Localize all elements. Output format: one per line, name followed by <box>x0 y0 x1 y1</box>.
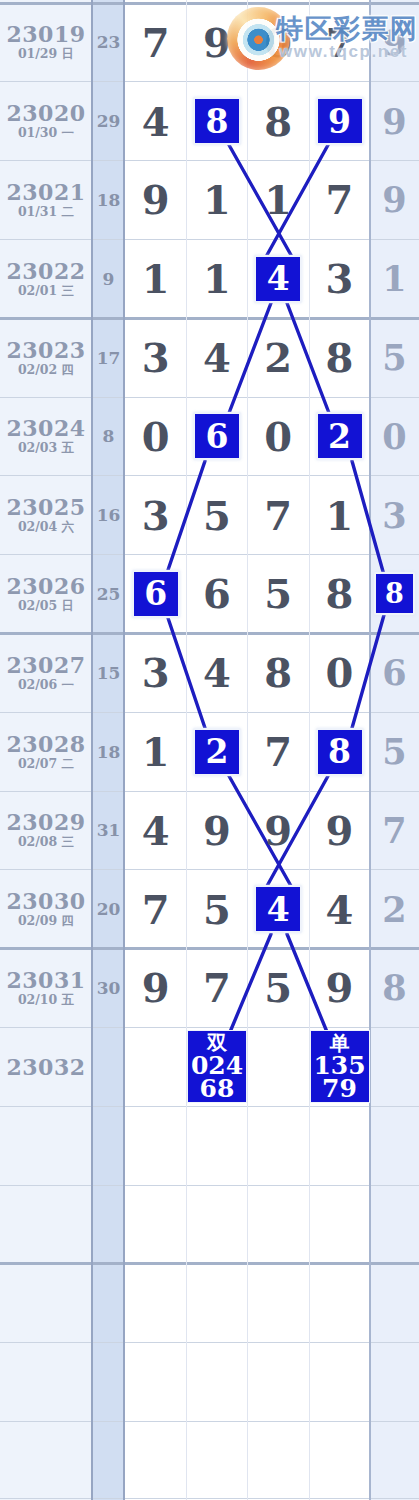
sum-cell: 15 <box>92 633 125 712</box>
digit-cell: 1 <box>187 161 248 240</box>
sum-cell: 8 <box>92 397 125 476</box>
row-23022: 2302202/01 三911431 <box>0 239 419 318</box>
tail-cell: 0 <box>370 397 419 476</box>
highlighted-tail-digit: 8 <box>374 572 415 615</box>
period-number: 23026 <box>6 574 85 598</box>
digit: 8 <box>326 334 354 381</box>
period-number: 23032 <box>6 1055 85 1079</box>
digit: 8 <box>326 570 354 617</box>
row-23025: 2302502/04 六1635713 <box>0 476 419 555</box>
digit-cell: 6 <box>125 555 187 634</box>
digit: 1 <box>326 492 354 539</box>
sum-cell: 23 <box>92 3 125 82</box>
tail-digit: 8 <box>382 967 406 1008</box>
tail-cell: 9 <box>370 82 419 161</box>
digit: 9 <box>203 19 231 66</box>
digit: 7 <box>264 728 292 775</box>
digit-cell: 8 <box>187 82 248 161</box>
highlighted-digit: 8 <box>316 728 364 776</box>
digit: 7 <box>142 886 170 933</box>
draw-date: 02/10 五 <box>18 992 74 1008</box>
row-23024: 2302402/03 五806020 <box>0 397 419 476</box>
digit-cell: 4 <box>125 82 187 161</box>
sum-value: 31 <box>97 820 121 840</box>
digit-cell: 5 <box>248 949 310 1028</box>
period-number: 23028 <box>6 732 85 756</box>
digit: 7 <box>203 964 231 1011</box>
digit: 6 <box>203 570 231 617</box>
row-23021: 2302101/31 二1891179 <box>0 161 419 240</box>
digit: 9 <box>326 964 354 1011</box>
highlighted-digit: 4 <box>254 885 302 933</box>
digit: 7 <box>326 19 354 66</box>
digit-cell: 0 <box>125 397 187 476</box>
draw-date: 02/07 二 <box>18 756 74 772</box>
tail-cell: 6 <box>370 633 419 712</box>
period-cell: 2302702/06 一 <box>0 633 92 712</box>
sum-value: 18 <box>97 742 121 762</box>
draw-date: 01/31 二 <box>18 204 74 220</box>
digit: 3 <box>142 334 170 381</box>
digit-cell: 8 <box>248 633 310 712</box>
sum-value: 25 <box>97 584 121 604</box>
highlighted-digit: 2 <box>316 412 364 460</box>
digit-cell: 4 <box>309 870 370 949</box>
period-number: 23027 <box>6 653 85 677</box>
digit-cell: 双02468 <box>187 1027 248 1106</box>
digit-cell: 5 <box>187 476 248 555</box>
digit: 7 <box>264 492 292 539</box>
tail-cell: 9 <box>370 161 419 240</box>
digit-cell: 8 <box>248 82 310 161</box>
digit: 4 <box>203 334 231 381</box>
digit-cell: 8 <box>309 555 370 634</box>
highlighted-digit: 6 <box>193 412 241 460</box>
sum-value: 18 <box>97 190 121 210</box>
sum-cell: 20 <box>92 870 125 949</box>
prediction-text: 79 <box>322 1077 357 1100</box>
digit-cell: 2 <box>309 397 370 476</box>
tail-cell: 5 <box>370 712 419 791</box>
tail-digit: 5 <box>382 337 406 378</box>
sum-cell: 16 <box>92 476 125 555</box>
period-cell: 2303002/09 四 <box>0 870 92 949</box>
digit: 0 <box>264 19 292 66</box>
tail-cell: 3 <box>370 476 419 555</box>
prediction-cell: 双02468 <box>187 1030 247 1103</box>
period-cell: 2302402/03 五 <box>0 397 92 476</box>
digit-cell: 1 <box>187 239 248 318</box>
period-number: 23025 <box>6 495 85 519</box>
tail-cell <box>370 1027 419 1106</box>
digit: 0 <box>264 413 292 460</box>
sum-value: 29 <box>97 111 121 131</box>
digit: 5 <box>203 886 231 933</box>
digit-cell: 1 <box>125 712 187 791</box>
digit: 4 <box>142 807 170 854</box>
digit: 0 <box>142 413 170 460</box>
digit-cell: 1 <box>248 161 310 240</box>
digit-cell: 单13579 <box>309 1027 370 1106</box>
sum-value: 20 <box>97 899 121 919</box>
digit-cell: 3 <box>125 476 187 555</box>
period-cell: 2302802/07 二 <box>0 712 92 791</box>
digit: 9 <box>142 964 170 1011</box>
digit-cell: 9 <box>248 791 310 870</box>
digit-cell: 3 <box>125 633 187 712</box>
digit-cell: 9 <box>309 82 370 161</box>
digit: 5 <box>264 964 292 1011</box>
digit-cell: 7 <box>248 712 310 791</box>
digit: 9 <box>203 807 231 854</box>
digit-cell: 2 <box>248 318 310 397</box>
digit-cell: 9 <box>309 949 370 1028</box>
row-23019: 2301901/29 日2379079 <box>0 3 419 82</box>
digit-cell: 7 <box>309 161 370 240</box>
tail-cell: 1 <box>370 239 419 318</box>
period-cell: 2302902/08 三 <box>0 791 92 870</box>
digit-cell: 5 <box>248 555 310 634</box>
period-number: 23022 <box>6 259 85 283</box>
highlighted-digit: 2 <box>193 728 241 776</box>
digit: 8 <box>264 98 292 145</box>
digit-cell: 8 <box>309 712 370 791</box>
digit-cell: 1 <box>125 239 187 318</box>
digit-cell: 5 <box>187 870 248 949</box>
prediction-text: 68 <box>200 1077 235 1100</box>
digit: 9 <box>326 807 354 854</box>
sum-cell <box>92 1027 125 1106</box>
digit-cell: 7 <box>125 3 187 82</box>
period-cell: 2302001/30 一 <box>0 82 92 161</box>
lottery-trend-chart: 2301901/29 日23790792302001/30 一294889923… <box>0 0 419 1500</box>
digit-cell: 9 <box>125 949 187 1028</box>
draw-date: 01/29 日 <box>18 46 74 62</box>
tail-cell: 9 <box>370 3 419 82</box>
period-cell: 2302202/01 三 <box>0 239 92 318</box>
sum-cell: 31 <box>92 791 125 870</box>
digit-cell: 0 <box>309 633 370 712</box>
digit-cell: 0 <box>248 397 310 476</box>
digit-cell <box>248 1027 310 1106</box>
digit: 5 <box>203 492 231 539</box>
digit-cell: 6 <box>187 555 248 634</box>
sum-value: 8 <box>103 426 115 446</box>
sum-value: 17 <box>97 348 121 368</box>
digit: 1 <box>142 255 170 302</box>
tail-cell: 2 <box>370 870 419 949</box>
digit-cell: 7 <box>248 476 310 555</box>
digit: 3 <box>142 649 170 696</box>
digit: 9 <box>264 807 292 854</box>
digit-cell: 7 <box>125 870 187 949</box>
digit-cell: 1 <box>309 476 370 555</box>
digit: 1 <box>203 176 231 223</box>
period-number: 23031 <box>6 968 85 992</box>
period-number: 23029 <box>6 810 85 834</box>
digit-cell: 3 <box>125 318 187 397</box>
row-23028: 2302802/07 二1812785 <box>0 712 419 791</box>
digit-cell: 0 <box>248 3 310 82</box>
row-23032: 23032双02468单13579 <box>0 1027 419 1106</box>
digit-cell: 9 <box>187 3 248 82</box>
draw-date: 02/03 五 <box>18 440 74 456</box>
draw-date: 02/08 三 <box>18 834 74 850</box>
highlighted-digit: 4 <box>254 255 302 303</box>
digit: 0 <box>326 649 354 696</box>
sum-value: 16 <box>97 505 121 525</box>
digit-cell: 4 <box>187 318 248 397</box>
period-cell: 2302101/31 二 <box>0 161 92 240</box>
period-number: 23030 <box>6 889 85 913</box>
draw-date: 02/02 四 <box>18 362 74 378</box>
digit-cell: 4 <box>125 791 187 870</box>
period-cell: 2302502/04 六 <box>0 476 92 555</box>
period-cell: 23032 <box>0 1027 92 1106</box>
digit: 7 <box>142 19 170 66</box>
tail-cell: 5 <box>370 318 419 397</box>
row-23029: 2302902/08 三3149997 <box>0 791 419 870</box>
sum-cell: 29 <box>92 82 125 161</box>
digit: 3 <box>326 255 354 302</box>
digit-cell: 9 <box>187 791 248 870</box>
draw-date: 02/05 日 <box>18 598 74 614</box>
period-number: 23019 <box>6 22 85 46</box>
sum-cell: 18 <box>92 712 125 791</box>
tail-digit: 9 <box>382 101 406 142</box>
tail-digit: 1 <box>382 258 406 299</box>
tail-digit: 6 <box>382 652 406 693</box>
digit-cell: 7 <box>187 949 248 1028</box>
tail-digit: 9 <box>382 22 406 63</box>
digit: 9 <box>142 176 170 223</box>
tail-digit: 2 <box>382 889 406 930</box>
tail-digit: 0 <box>382 416 406 457</box>
digit: 1 <box>264 176 292 223</box>
digit: 3 <box>142 492 170 539</box>
digit-cell: 4 <box>187 633 248 712</box>
period-number: 23021 <box>6 180 85 204</box>
sum-cell: 30 <box>92 949 125 1028</box>
digit: 8 <box>264 649 292 696</box>
digit-cell: 9 <box>309 791 370 870</box>
digit: 4 <box>326 886 354 933</box>
row-23023: 2302302/02 四1734285 <box>0 318 419 397</box>
digit: 1 <box>142 728 170 775</box>
tail-digit: 9 <box>382 179 406 220</box>
digit: 7 <box>326 176 354 223</box>
digit: 4 <box>203 649 231 696</box>
digit: 4 <box>142 98 170 145</box>
highlighted-digit: 8 <box>193 97 241 145</box>
sum-cell: 9 <box>92 239 125 318</box>
tail-cell: 8 <box>370 555 419 634</box>
period-cell: 2302602/05 日 <box>0 555 92 634</box>
digit: 5 <box>264 570 292 617</box>
digit-cell: 4 <box>248 239 310 318</box>
sum-cell: 25 <box>92 555 125 634</box>
draw-rows: 2301901/29 日23790792302001/30 一294889923… <box>0 0 419 1500</box>
highlighted-digit: 9 <box>316 97 364 145</box>
draw-date: 02/04 六 <box>18 519 74 535</box>
tail-digit: 5 <box>382 731 406 772</box>
sum-value: 23 <box>97 32 121 52</box>
tail-cell: 7 <box>370 791 419 870</box>
draw-date: 01/30 一 <box>18 125 74 141</box>
sum-cell: 18 <box>92 161 125 240</box>
digit-cell <box>125 1027 187 1106</box>
period-cell: 2302302/02 四 <box>0 318 92 397</box>
tail-cell: 8 <box>370 949 419 1028</box>
tail-digit: 7 <box>382 810 406 851</box>
digit-cell: 3 <box>309 239 370 318</box>
period-number: 23023 <box>6 338 85 362</box>
highlighted-digit: 6 <box>132 570 180 618</box>
period-cell: 2301901/29 日 <box>0 3 92 82</box>
sum-value: 30 <box>97 978 121 998</box>
row-23027: 2302702/06 一1534806 <box>0 633 419 712</box>
prediction-cell: 单13579 <box>310 1030 370 1103</box>
period-number: 23024 <box>6 416 85 440</box>
digit-cell: 4 <box>248 870 310 949</box>
digit-cell: 7 <box>309 3 370 82</box>
sum-value: 9 <box>103 269 115 289</box>
digit: 2 <box>264 334 292 381</box>
digit-cell: 2 <box>187 712 248 791</box>
row-23026: 2302602/05 日2566588 <box>0 555 419 634</box>
row-23031: 2303102/10 五3097598 <box>0 949 419 1028</box>
digit-cell: 6 <box>187 397 248 476</box>
digit-cell: 8 <box>309 318 370 397</box>
sum-value: 15 <box>97 663 121 683</box>
period-cell: 2303102/10 五 <box>0 949 92 1028</box>
tail-digit: 3 <box>382 495 406 536</box>
sum-cell: 17 <box>92 318 125 397</box>
digit-cell: 9 <box>125 161 187 240</box>
draw-date: 02/09 四 <box>18 913 74 929</box>
row-23030: 2303002/09 四2075442 <box>0 870 419 949</box>
row-23020: 2302001/30 一2948899 <box>0 82 419 161</box>
draw-date: 02/06 一 <box>18 677 74 693</box>
digit: 1 <box>203 255 231 302</box>
draw-date: 02/01 三 <box>18 283 74 299</box>
period-number: 23020 <box>6 101 85 125</box>
